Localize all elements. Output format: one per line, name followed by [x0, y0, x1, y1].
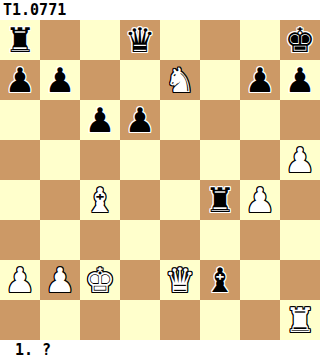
white-pawn-piece: ♟ — [5, 260, 35, 300]
white-rook-piece: ♜ — [285, 300, 315, 340]
square-d5[interactable] — [120, 140, 160, 180]
black-rook-piece: ♜ — [205, 180, 235, 220]
square-h3[interactable] — [280, 220, 320, 260]
square-c7[interactable] — [80, 60, 120, 100]
square-d3[interactable] — [120, 220, 160, 260]
square-b2[interactable]: ♟ — [40, 260, 80, 300]
square-a8[interactable]: ♜ — [0, 20, 40, 60]
white-pawn-piece: ♟ — [285, 140, 315, 180]
black-pawn-piece: ♟ — [245, 60, 275, 100]
square-c3[interactable] — [80, 220, 120, 260]
square-e5[interactable] — [160, 140, 200, 180]
move-prompt: 1. ? — [0, 340, 320, 360]
square-g4[interactable]: ♟ — [240, 180, 280, 220]
square-c6[interactable]: ♟ — [80, 100, 120, 140]
puzzle-title: T1.0771 — [0, 0, 320, 20]
square-h4[interactable] — [280, 180, 320, 220]
square-f7[interactable] — [200, 60, 240, 100]
square-c2[interactable]: ♚ — [80, 260, 120, 300]
square-a2[interactable]: ♟ — [0, 260, 40, 300]
square-e3[interactable] — [160, 220, 200, 260]
square-b4[interactable] — [40, 180, 80, 220]
square-h5[interactable]: ♟ — [280, 140, 320, 180]
square-b1[interactable] — [40, 300, 80, 340]
white-queen-piece: ♛ — [165, 260, 195, 300]
chess-board: ♜♛♚♟♟♞♟♟♟♟♟♝♜♟♟♟♚♛♝♜ — [0, 20, 320, 340]
square-f2[interactable]: ♝ — [200, 260, 240, 300]
square-h6[interactable] — [280, 100, 320, 140]
square-g6[interactable] — [240, 100, 280, 140]
white-pawn-piece: ♟ — [245, 180, 275, 220]
square-a1[interactable] — [0, 300, 40, 340]
square-g1[interactable] — [240, 300, 280, 340]
square-f5[interactable] — [200, 140, 240, 180]
chess-puzzle-window: T1.0771 ♜♛♚♟♟♞♟♟♟♟♟♝♜♟♟♟♚♛♝♜ 1. ? — [0, 0, 320, 360]
square-b8[interactable] — [40, 20, 80, 60]
white-king-piece: ♚ — [85, 260, 115, 300]
square-c8[interactable] — [80, 20, 120, 60]
square-c4[interactable]: ♝ — [80, 180, 120, 220]
square-f4[interactable]: ♜ — [200, 180, 240, 220]
square-h7[interactable]: ♟ — [280, 60, 320, 100]
white-pawn-piece: ♟ — [45, 260, 75, 300]
square-d2[interactable] — [120, 260, 160, 300]
square-c1[interactable] — [80, 300, 120, 340]
square-d7[interactable] — [120, 60, 160, 100]
square-f6[interactable] — [200, 100, 240, 140]
black-queen-piece: ♛ — [125, 20, 155, 60]
square-g3[interactable] — [240, 220, 280, 260]
square-d8[interactable]: ♛ — [120, 20, 160, 60]
square-d4[interactable] — [120, 180, 160, 220]
square-e4[interactable] — [160, 180, 200, 220]
square-d6[interactable]: ♟ — [120, 100, 160, 140]
square-f8[interactable] — [200, 20, 240, 60]
square-e8[interactable] — [160, 20, 200, 60]
square-e6[interactable] — [160, 100, 200, 140]
square-h1[interactable]: ♜ — [280, 300, 320, 340]
square-b3[interactable] — [40, 220, 80, 260]
black-king-piece: ♚ — [285, 20, 315, 60]
square-d1[interactable] — [120, 300, 160, 340]
square-a4[interactable] — [0, 180, 40, 220]
black-pawn-piece: ♟ — [5, 60, 35, 100]
black-pawn-piece: ♟ — [285, 60, 315, 100]
square-b5[interactable] — [40, 140, 80, 180]
black-pawn-piece: ♟ — [85, 100, 115, 140]
square-e2[interactable]: ♛ — [160, 260, 200, 300]
black-pawn-piece: ♟ — [125, 100, 155, 140]
white-bishop-piece: ♝ — [85, 180, 115, 220]
black-rook-piece: ♜ — [5, 20, 35, 60]
square-g8[interactable] — [240, 20, 280, 60]
square-a3[interactable] — [0, 220, 40, 260]
square-g7[interactable]: ♟ — [240, 60, 280, 100]
square-e1[interactable] — [160, 300, 200, 340]
black-pawn-piece: ♟ — [45, 60, 75, 100]
white-knight-piece: ♞ — [165, 60, 195, 100]
square-e7[interactable]: ♞ — [160, 60, 200, 100]
square-g2[interactable] — [240, 260, 280, 300]
square-a6[interactable] — [0, 100, 40, 140]
square-h8[interactable]: ♚ — [280, 20, 320, 60]
square-f3[interactable] — [200, 220, 240, 260]
square-c5[interactable] — [80, 140, 120, 180]
square-b7[interactable]: ♟ — [40, 60, 80, 100]
square-h2[interactable] — [280, 260, 320, 300]
black-bishop-piece: ♝ — [205, 260, 235, 300]
square-b6[interactable] — [40, 100, 80, 140]
square-g5[interactable] — [240, 140, 280, 180]
square-f1[interactable] — [200, 300, 240, 340]
square-a5[interactable] — [0, 140, 40, 180]
square-a7[interactable]: ♟ — [0, 60, 40, 100]
